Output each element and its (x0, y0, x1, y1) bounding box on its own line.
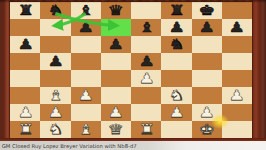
square-c8[interactable]: ♝ (71, 2, 101, 19)
square-f6[interactable]: ♞ (161, 36, 191, 53)
black-knight-b8: ♞ (47, 4, 63, 18)
square-a4[interactable] (10, 70, 40, 87)
square-g5[interactable] (192, 53, 222, 70)
square-b7[interactable] (40, 19, 70, 36)
square-d2[interactable]: ♟ (101, 104, 131, 121)
square-a6[interactable]: ♟ (10, 36, 40, 53)
square-h8[interactable] (222, 2, 252, 19)
white-bishop-c1: ♝ (77, 123, 93, 137)
square-b8[interactable]: ♞ (40, 2, 70, 19)
square-c7[interactable]: ♟ (71, 19, 101, 36)
square-h2[interactable] (222, 104, 252, 121)
square-b5[interactable]: ♟ (40, 53, 70, 70)
square-e6[interactable] (131, 36, 161, 53)
square-c2[interactable] (71, 104, 101, 121)
white-pawn-e4: ♟ (138, 72, 154, 86)
black-bishop-c8: ♝ (77, 4, 93, 18)
square-f8[interactable]: ♜ (161, 2, 191, 19)
square-h4[interactable] (222, 70, 252, 87)
square-f2[interactable]: ♟ (161, 104, 191, 121)
white-rook-e1: ♜ (138, 123, 154, 137)
square-d5[interactable] (101, 53, 131, 70)
white-pawn-c3: ♟ (77, 89, 93, 103)
square-f4[interactable] (161, 70, 191, 87)
square-d3[interactable] (101, 87, 131, 104)
square-c3[interactable]: ♟ (71, 87, 101, 104)
white-bishop-b3: ♝ (47, 89, 63, 103)
black-pawn-a6: ♟ (17, 38, 33, 52)
white-knight-f3: ♞ (168, 89, 184, 103)
square-g3[interactable] (192, 87, 222, 104)
square-d7[interactable] (101, 19, 131, 36)
square-h6[interactable] (222, 36, 252, 53)
square-c6[interactable] (71, 36, 101, 53)
square-g1[interactable]: ♚ (192, 121, 222, 138)
square-g2[interactable]: ♟ (192, 104, 222, 121)
black-pawn-g7: ♟ (198, 21, 214, 35)
caption-text: GM Closed Ruy Lopez Breyer Variation wit… (0, 142, 137, 149)
black-pawn-f7: ♟ (168, 21, 184, 35)
black-pawn-d6: ♟ (108, 38, 124, 52)
square-a1[interactable]: ♜ (10, 121, 40, 138)
black-pawn-h7: ♟ (229, 21, 245, 35)
black-knight-f6: ♞ (168, 38, 184, 52)
square-f7[interactable]: ♟ (161, 19, 191, 36)
white-king-g1: ♚ (198, 123, 214, 137)
white-pawn-f2: ♟ (168, 106, 184, 120)
square-c5[interactable] (71, 53, 101, 70)
black-pawn-c7: ♟ (77, 21, 93, 35)
black-king-g8: ♚ (198, 4, 214, 18)
square-b1[interactable]: ♞ (40, 121, 70, 138)
square-g4[interactable] (192, 70, 222, 87)
square-a8[interactable]: ♜ (10, 2, 40, 19)
black-bishop-e7: ♝ (138, 21, 154, 35)
square-a7[interactable] (10, 19, 40, 36)
white-pawn-h3: ♟ (229, 89, 245, 103)
square-c4[interactable] (71, 70, 101, 87)
square-e1[interactable]: ♜ (131, 121, 161, 138)
square-h1[interactable] (222, 121, 252, 138)
square-e7[interactable]: ♝ (131, 19, 161, 36)
square-b4[interactable] (40, 70, 70, 87)
black-pawn-b5: ♟ (47, 55, 63, 69)
square-b3[interactable]: ♝ (40, 87, 70, 104)
black-queen-d8: ♛ (108, 4, 124, 18)
square-h7[interactable]: ♟ (222, 19, 252, 36)
square-a2[interactable]: ♟ (10, 104, 40, 121)
square-h5[interactable] (222, 53, 252, 70)
black-pawn-e5: ♟ (138, 55, 154, 69)
square-e3[interactable] (131, 87, 161, 104)
white-pawn-a2: ♟ (17, 106, 33, 120)
square-a5[interactable] (10, 53, 40, 70)
square-a3[interactable] (10, 87, 40, 104)
black-rook-f8: ♜ (168, 4, 184, 18)
white-pawn-g2: ♟ (198, 106, 214, 120)
square-f1[interactable] (161, 121, 191, 138)
square-e2[interactable] (131, 104, 161, 121)
black-rook-a8: ♜ (17, 4, 33, 18)
square-g7[interactable]: ♟ (192, 19, 222, 36)
square-d1[interactable]: ♛ (101, 121, 131, 138)
square-d8[interactable]: ♛ (101, 2, 131, 19)
square-b6[interactable] (40, 36, 70, 53)
chess-board: ♜♞♝♛♜♚♟♝♟♟♟♟♟♞♟♟♟♝♟♞♟♟♟♟♟♟♜♞♝♛♜♚ (10, 2, 252, 138)
square-e8[interactable] (131, 2, 161, 19)
square-b2[interactable]: ♟ (40, 104, 70, 121)
square-c1[interactable]: ♝ (71, 121, 101, 138)
square-d4[interactable] (101, 70, 131, 87)
square-e5[interactable]: ♟ (131, 53, 161, 70)
chess-app-window: ♜♞♝♛♜♚♟♝♟♟♟♟♟♞♟♟♟♝♟♞♟♟♟♟♟♟♜♞♝♛♜♚ GM Clos… (0, 0, 266, 150)
square-d6[interactable]: ♟ (101, 36, 131, 53)
square-e4[interactable]: ♟ (131, 70, 161, 87)
square-g6[interactable] (192, 36, 222, 53)
square-f3[interactable]: ♞ (161, 87, 191, 104)
white-knight-b1: ♞ (47, 123, 63, 137)
white-pawn-d2: ♟ (108, 106, 124, 120)
square-h3[interactable]: ♟ (222, 87, 252, 104)
square-f5[interactable] (161, 53, 191, 70)
white-rook-a1: ♜ (17, 123, 33, 137)
white-queen-d1: ♛ (108, 123, 124, 137)
square-g8[interactable]: ♚ (192, 2, 222, 19)
white-pawn-b2: ♟ (47, 106, 63, 120)
caption-bar: GM Closed Ruy Lopez Breyer Variation wit… (0, 141, 266, 150)
